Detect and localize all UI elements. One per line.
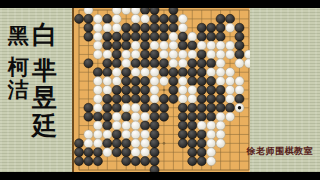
black-stone [131,23,140,32]
white-stone [207,121,216,130]
black-label: 黑 [8,24,29,48]
black-stone [197,139,206,148]
white-stone [93,121,102,130]
black-stone [84,157,93,166]
white-stone [244,50,250,59]
black-stone [159,94,168,103]
black-stone [122,139,131,148]
black-stone [150,103,159,112]
black-stone [131,157,140,166]
white-stone [197,41,206,50]
black-stone [112,32,121,41]
black-stone [159,68,168,77]
black-stone [141,50,150,59]
black-stone [122,23,131,32]
white-stone [216,68,225,77]
white-stone [131,121,140,130]
black-stone [188,112,197,121]
white-stone [207,148,216,157]
white-player-label: 白 芈昱廷 [31,21,58,139]
white-player-name: 芈昱廷 [32,56,57,140]
black-stone [178,32,187,41]
white-stone [216,121,225,130]
white-stone [112,8,121,15]
black-stone [169,14,178,23]
white-stone [159,77,168,86]
black-stone [93,157,102,166]
white-stone [112,121,121,130]
black-stone [112,59,121,68]
black-stone [159,103,168,112]
white-stone [225,77,234,86]
black-stone [112,103,121,112]
black-stone [197,85,206,94]
white-stone [178,50,187,59]
black-stone [141,121,150,130]
black-stone [131,32,140,41]
black-stone [103,59,112,68]
white-stone [93,41,102,50]
black-stone [93,68,102,77]
white-stone [131,130,140,139]
black-stone [150,32,159,41]
black-stone [122,157,131,166]
black-stone [122,32,131,41]
black-stone [169,94,178,103]
white-stone [103,148,112,157]
white-stone [216,112,225,121]
white-stone [93,50,102,59]
black-stone [216,32,225,41]
black-stone [141,77,150,86]
black-stone [84,103,93,112]
black-stone [169,68,178,77]
black-stone [235,50,244,59]
white-stone [207,157,216,166]
white-stone [131,148,140,157]
white-stone [150,68,159,77]
white-stone [159,50,168,59]
black-stone [122,68,131,77]
black-stone [197,68,206,77]
white-stone [207,130,216,139]
white-stone [178,23,187,32]
black-stone [141,32,150,41]
black-stone [207,112,216,121]
white-label: 白 [32,20,57,49]
white-stone [225,68,234,77]
watermark-text: 徐老师围棋教室 [247,145,314,158]
black-stone [122,94,131,103]
white-stone [122,130,131,139]
white-stone [93,103,102,112]
black-stone [150,50,159,59]
black-stone [197,77,206,86]
black-stone [150,130,159,139]
white-stone [188,50,197,59]
white-stone [93,32,102,41]
black-stone [122,85,131,94]
white-stone [188,94,197,103]
white-stone [169,32,178,41]
white-stone [122,103,131,112]
white-stone [93,130,102,139]
white-stone [169,50,178,59]
white-stone [244,59,250,68]
white-stone [122,59,131,68]
black-stone [197,148,206,157]
black-stone [141,23,150,32]
white-stone [216,41,225,50]
white-stone [93,23,102,32]
black-stone [216,94,225,103]
black-stone [122,77,131,86]
black-stone [197,103,206,112]
black-stone [169,77,178,86]
black-stone [225,14,234,23]
white-stone [178,77,187,86]
black-stone [188,130,197,139]
white-stone [225,85,234,94]
black-stone [197,130,206,139]
black-stone [103,41,112,50]
white-stone [131,8,140,15]
black-stone [141,59,150,68]
black-stone [103,94,112,103]
black-stone [150,59,159,68]
white-stone [225,50,234,59]
white-stone [131,14,140,23]
white-stone [150,85,159,94]
white-stone [93,139,102,148]
white-stone [235,85,244,94]
black-stone [131,59,140,68]
white-stone [141,68,150,77]
white-stone [197,121,206,130]
white-stone [84,130,93,139]
white-stone [103,50,112,59]
black-stone [112,41,121,50]
black-stone [159,112,168,121]
black-stone [159,32,168,41]
letterbox-bottom [0,172,320,180]
black-stone [112,94,121,103]
black-stone [169,8,178,15]
black-stone [74,148,83,157]
white-stone [207,68,216,77]
white-stone [207,139,216,148]
black-stone [235,41,244,50]
white-stone [188,32,197,41]
black-stone [84,148,93,157]
black-stone [197,59,206,68]
black-stone [112,139,121,148]
white-stone [216,130,225,139]
black-stone [188,41,197,50]
black-stone [141,41,150,50]
black-stone [103,68,112,77]
black-stone [207,32,216,41]
white-stone [103,130,112,139]
white-stone [159,41,168,50]
black-stone [141,103,150,112]
black-stone [159,14,168,23]
black-stone [178,112,187,121]
black-stone [122,112,131,121]
black-stone [188,139,197,148]
white-stone [178,14,187,23]
black-stone [141,157,150,166]
black-stone [84,32,93,41]
black-stone [84,112,93,121]
white-stone [93,77,102,86]
black-stone [188,103,197,112]
black-stone [103,32,112,41]
black-stone [235,94,244,103]
black-stone [235,23,244,32]
black-stone [207,103,216,112]
black-stone [188,59,197,68]
black-stone [84,59,93,68]
black-stone [141,85,150,94]
black-stone [131,85,140,94]
black-player-name: 柯洁 [8,55,29,102]
white-stone [141,148,150,157]
black-stone [103,103,112,112]
white-stone [141,130,150,139]
go-board [72,8,250,172]
white-stone [150,94,159,103]
black-stone [178,41,187,50]
black-stone [122,41,131,50]
black-stone [103,14,112,23]
black-stone [188,148,197,157]
black-stone [103,121,112,130]
white-stone [84,8,93,15]
black-stone [112,50,121,59]
black-stone [178,103,187,112]
white-stone [178,94,187,103]
white-stone [112,14,121,23]
white-stone [225,23,234,32]
black-stone [197,23,206,32]
black-stone [207,94,216,103]
white-stone [93,14,102,23]
black-stone [197,94,206,103]
black-stone [74,157,83,166]
black-stone [188,68,197,77]
black-stone [103,112,112,121]
black-stone [197,32,206,41]
white-stone [93,85,102,94]
tatami-background: 黑 柯洁 白 芈昱廷 徐老师围棋教室 [0,8,320,172]
black-stone [74,139,83,148]
black-stone [84,14,93,23]
black-stone [207,59,216,68]
black-stone [169,23,178,32]
black-stone [178,121,187,130]
black-stone [188,157,197,166]
black-stone [150,157,159,166]
white-stone [112,112,121,121]
black-stone [207,23,216,32]
white-stone [112,68,121,77]
white-stone [178,85,187,94]
letterbox-top [0,0,320,8]
black-stone [93,112,102,121]
black-stone [150,148,159,157]
video-frame: 黑 柯洁 白 芈昱廷 徐老师围棋教室 [0,0,320,180]
white-stone [225,94,234,103]
black-stone [150,121,159,130]
black-stone [122,148,131,157]
white-stone [84,139,93,148]
black-stone [197,50,206,59]
black-stone [159,23,168,32]
white-stone [225,41,234,50]
white-stone [216,139,225,148]
black-stone [150,112,159,121]
black-stone [216,85,225,94]
black-stone [197,112,206,121]
black-stone [159,59,168,68]
white-stone [122,121,131,130]
white-stone [131,50,140,59]
white-stone [235,77,244,86]
white-stone [169,59,178,68]
white-stone [131,112,140,121]
white-stone [122,8,131,15]
white-stone [103,23,112,32]
white-stone [131,41,140,50]
black-stone [84,23,93,32]
black-stone [207,85,216,94]
white-stone [131,139,140,148]
black-stone [141,8,150,15]
black-stone [112,148,121,157]
white-stone [216,77,225,86]
black-stone [178,130,187,139]
white-stone [150,77,159,86]
black-stone [141,94,150,103]
white-stone [131,68,140,77]
white-stone [103,77,112,86]
white-stone [112,77,121,86]
white-stone [207,41,216,50]
black-stone [225,103,234,112]
black-stone [150,23,159,32]
white-stone [112,23,121,32]
black-stone [169,85,178,94]
black-stone [197,157,206,166]
white-stone [103,85,112,94]
black-stone [103,139,112,148]
black-stone [178,68,187,77]
black-player-label: 黑 柯洁 [7,25,30,102]
white-stone [141,14,150,23]
black-stone [216,23,225,32]
white-stone [235,59,244,68]
black-stone [112,85,121,94]
black-stone [150,14,159,23]
last-move-marker [238,106,241,109]
black-stone [188,77,197,86]
white-stone [93,94,102,103]
white-stone [207,50,216,59]
black-stone [131,94,140,103]
black-stone [150,8,159,15]
go-board-svg [74,8,250,172]
white-stone [216,59,225,68]
black-stone [178,139,187,148]
black-stone [207,77,216,86]
white-stone [141,112,150,121]
black-stone [131,77,140,86]
white-stone [131,103,140,112]
white-stone [141,139,150,148]
black-stone [150,139,159,148]
white-stone [122,50,131,59]
black-stone [112,130,121,139]
white-stone [225,112,234,121]
black-stone [74,14,83,23]
black-stone [216,103,225,112]
white-stone [150,41,159,50]
white-stone [178,59,187,68]
white-stone [188,85,197,94]
white-stone [169,41,178,50]
white-stone [216,50,225,59]
black-stone [235,32,244,41]
black-stone [93,148,102,157]
black-stone [188,121,197,130]
black-stone [216,14,225,23]
